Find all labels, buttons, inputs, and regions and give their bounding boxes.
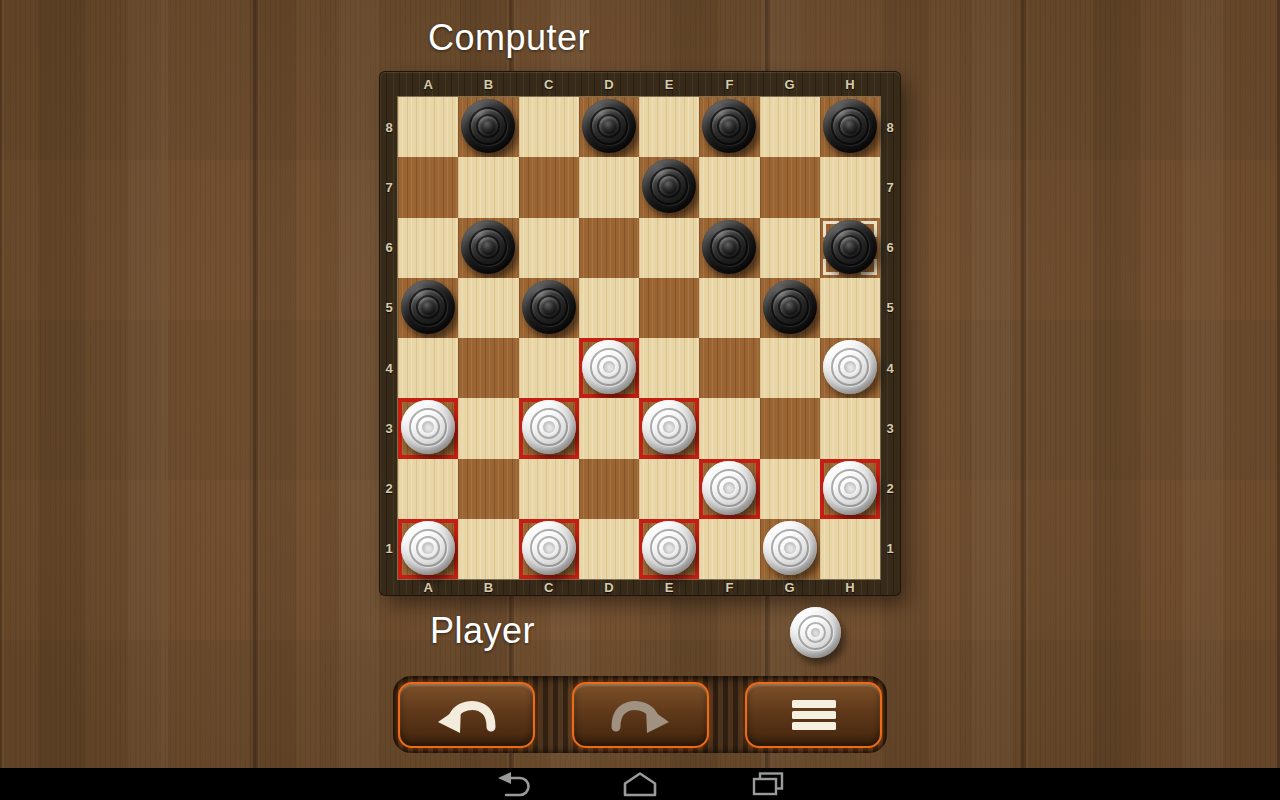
rank-right-label-3: 3 (880, 398, 900, 458)
file-bottom-label-h: H (820, 579, 880, 595)
square-d1[interactable] (579, 519, 639, 579)
square-d8[interactable] (579, 97, 639, 157)
white-man-h2[interactable] (823, 461, 877, 515)
rank-left-label-7: 7 (380, 157, 398, 217)
piece-detail (844, 482, 856, 494)
white-man-a3[interactable] (401, 400, 455, 454)
square-f2[interactable] (699, 459, 759, 519)
nav-back-button[interactable] (472, 768, 552, 800)
square-c7[interactable] (519, 157, 579, 217)
square-g8[interactable] (760, 97, 820, 157)
square-g5[interactable] (760, 278, 820, 338)
piece-detail (482, 241, 494, 253)
undo-arrow-icon (435, 693, 499, 737)
white-man-c3[interactable] (522, 400, 576, 454)
black-man-b6[interactable] (461, 220, 515, 274)
controls-tray (393, 676, 887, 753)
piece-detail (422, 542, 434, 554)
square-a3[interactable] (398, 398, 458, 458)
square-e5[interactable] (639, 278, 699, 338)
piece-detail (811, 628, 820, 637)
square-b2[interactable] (458, 459, 518, 519)
square-h4[interactable] (820, 338, 880, 398)
rank-right-label-4: 4 (880, 338, 900, 398)
square-g4[interactable] (760, 338, 820, 398)
square-c6[interactable] (519, 218, 579, 278)
redo-arrow-icon (608, 693, 672, 737)
piece-detail (844, 120, 856, 132)
turn-indicator-white-piece (790, 607, 841, 658)
rank-left-label-5: 5 (380, 278, 398, 338)
square-f6[interactable] (699, 218, 759, 278)
square-b3[interactable] (458, 398, 518, 458)
rank-left-label-1: 1 (380, 519, 398, 579)
file-bottom-label-a: A (398, 579, 458, 595)
file-top-label-f: F (699, 72, 759, 97)
home-icon (621, 771, 659, 797)
square-a2[interactable] (398, 459, 458, 519)
square-f8[interactable] (699, 97, 759, 157)
square-b7[interactable] (458, 157, 518, 217)
file-bottom-label-g: G (760, 579, 820, 595)
rank-left-label-4: 4 (380, 338, 398, 398)
black-man-g5[interactable] (763, 280, 817, 334)
square-h6[interactable] (820, 218, 880, 278)
back-arrow-icon (492, 771, 532, 797)
square-b1[interactable] (458, 519, 518, 579)
black-man-h6[interactable] (823, 220, 877, 274)
file-bottom-label-f: F (699, 579, 759, 595)
white-man-d4[interactable] (582, 340, 636, 394)
square-g1[interactable] (760, 519, 820, 579)
rank-right-label-2: 2 (880, 459, 900, 519)
turn-indicator-piece (790, 607, 841, 658)
square-a1[interactable] (398, 519, 458, 579)
square-f3[interactable] (699, 398, 759, 458)
square-d3[interactable] (579, 398, 639, 458)
rank-right-label-8: 8 (880, 97, 900, 157)
square-d2[interactable] (579, 459, 639, 519)
black-man-c5[interactable] (522, 280, 576, 334)
white-man-e1[interactable] (642, 521, 696, 575)
black-man-a5[interactable] (401, 280, 455, 334)
rank-left-label-3: 3 (380, 398, 398, 458)
file-bottom-label-b: B (458, 579, 518, 595)
nav-recents-button[interactable] (728, 768, 808, 800)
square-c5[interactable] (519, 278, 579, 338)
white-man-a1[interactable] (401, 521, 455, 575)
white-man-h4[interactable] (823, 340, 877, 394)
square-g7[interactable] (760, 157, 820, 217)
square-b4[interactable] (458, 338, 518, 398)
square-b6[interactable] (458, 218, 518, 278)
piece-detail (784, 301, 796, 313)
square-h8[interactable] (820, 97, 880, 157)
square-a6[interactable] (398, 218, 458, 278)
piece-detail (543, 542, 555, 554)
file-labels-bottom: ABCDEFGH (398, 579, 880, 595)
square-h1[interactable] (820, 519, 880, 579)
square-h3[interactable] (820, 398, 880, 458)
square-c4[interactable] (519, 338, 579, 398)
rank-right-label-1: 1 (880, 519, 900, 579)
menu-button[interactable] (745, 682, 882, 748)
nav-home-button[interactable] (600, 768, 680, 800)
square-a5[interactable] (398, 278, 458, 338)
square-a4[interactable] (398, 338, 458, 398)
rank-labels-left: 87654321 (380, 97, 398, 579)
file-top-label-a: A (398, 72, 458, 97)
file-top-label-c: C (519, 72, 579, 97)
square-g6[interactable] (760, 218, 820, 278)
rank-left-label-6: 6 (380, 218, 398, 278)
square-c3[interactable] (519, 398, 579, 458)
rank-labels-right: 87654321 (880, 97, 900, 579)
rank-left-label-8: 8 (380, 97, 398, 157)
square-e2[interactable] (639, 459, 699, 519)
square-a8[interactable] (398, 97, 458, 157)
black-man-f6[interactable] (702, 220, 756, 274)
square-d6[interactable] (579, 218, 639, 278)
undo-button[interactable] (398, 682, 535, 748)
file-labels-top: ABCDEFGH (398, 72, 880, 97)
square-f4[interactable] (699, 338, 759, 398)
square-e1[interactable] (639, 519, 699, 579)
square-b8[interactable] (458, 97, 518, 157)
opponent-name-label: Computer (428, 18, 590, 58)
hamburger-icon (782, 693, 846, 737)
square-f1[interactable] (699, 519, 759, 579)
white-man-c1[interactable] (522, 521, 576, 575)
piece-detail (663, 542, 675, 554)
square-c1[interactable] (519, 519, 579, 579)
piece-detail (784, 542, 796, 554)
file-top-label-g: G (760, 72, 820, 97)
rank-right-label-7: 7 (880, 157, 900, 217)
piece-detail (603, 361, 615, 373)
square-g2[interactable] (760, 459, 820, 519)
rank-left-label-2: 2 (380, 459, 398, 519)
square-h2[interactable] (820, 459, 880, 519)
square-f7[interactable] (699, 157, 759, 217)
rank-right-label-6: 6 (880, 218, 900, 278)
square-d7[interactable] (579, 157, 639, 217)
square-e7[interactable] (639, 157, 699, 217)
square-e4[interactable] (639, 338, 699, 398)
square-c8[interactable] (519, 97, 579, 157)
square-h7[interactable] (820, 157, 880, 217)
file-bottom-label-e: E (639, 579, 699, 595)
piece-detail (603, 120, 615, 132)
file-bottom-label-d: D (579, 579, 639, 595)
square-b5[interactable] (458, 278, 518, 338)
black-man-d8[interactable] (582, 99, 636, 153)
white-man-g1[interactable] (763, 521, 817, 575)
white-man-e3[interactable] (642, 400, 696, 454)
piece-detail (543, 421, 555, 433)
piece-detail (422, 301, 434, 313)
square-a7[interactable] (398, 157, 458, 217)
square-d5[interactable] (579, 278, 639, 338)
square-d4[interactable] (579, 338, 639, 398)
square-h5[interactable] (820, 278, 880, 338)
black-man-h8[interactable] (823, 99, 877, 153)
piece-detail (723, 241, 735, 253)
square-g3[interactable] (760, 398, 820, 458)
file-top-label-d: D (579, 72, 639, 97)
file-top-label-b: B (458, 72, 518, 97)
file-bottom-label-c: C (519, 579, 579, 595)
piece-detail (543, 301, 555, 313)
square-e6[interactable] (639, 218, 699, 278)
recent-apps-icon (749, 771, 787, 797)
black-man-b8[interactable] (461, 99, 515, 153)
android-navbar (0, 768, 1280, 800)
piece-detail (844, 361, 856, 373)
board: ABCDEFGH 87654321 87654321 ABCDEFGH (380, 72, 900, 595)
white-man-f2[interactable] (702, 461, 756, 515)
square-f5[interactable] (699, 278, 759, 338)
piece-detail (844, 241, 856, 253)
rank-right-label-5: 5 (880, 278, 900, 338)
square-e3[interactable] (639, 398, 699, 458)
file-top-label-h: H (820, 72, 880, 97)
redo-button[interactable] (572, 682, 709, 748)
black-man-e7[interactable] (642, 159, 696, 213)
square-e8[interactable] (639, 97, 699, 157)
file-top-label-e: E (639, 72, 699, 97)
player-name-label: Player (430, 611, 535, 651)
board-grid (398, 97, 880, 579)
piece-detail (723, 482, 735, 494)
square-c2[interactable] (519, 459, 579, 519)
black-man-f8[interactable] (702, 99, 756, 153)
